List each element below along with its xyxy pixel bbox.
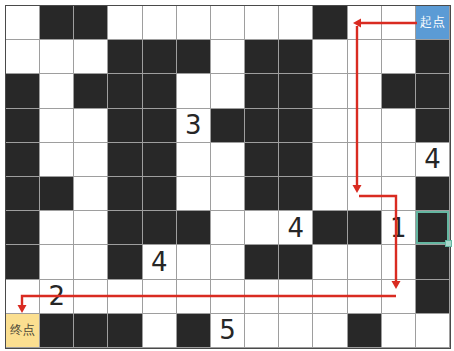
cell-r8c10[interactable] bbox=[348, 280, 382, 314]
cell-r3c9[interactable] bbox=[313, 109, 347, 143]
cell-r4c9[interactable] bbox=[313, 143, 347, 177]
cell-r4c7[interactable] bbox=[245, 143, 279, 177]
clue-number: 5 bbox=[219, 317, 236, 343]
cell-r9c8[interactable] bbox=[279, 314, 313, 348]
cell-r0c5[interactable] bbox=[177, 6, 211, 40]
cell-r0c6[interactable] bbox=[211, 6, 245, 40]
cell-r7c11[interactable] bbox=[382, 245, 416, 279]
cell-r8c4[interactable] bbox=[143, 280, 177, 314]
cell-r9c12[interactable] bbox=[416, 314, 450, 348]
cell-r7c2[interactable] bbox=[74, 245, 108, 279]
cell-r6c1[interactable] bbox=[40, 211, 74, 245]
cell-r9c7[interactable] bbox=[245, 314, 279, 348]
cell-r8c7[interactable] bbox=[245, 280, 279, 314]
cell-r2c9[interactable] bbox=[313, 74, 347, 108]
cell-r3c6[interactable] bbox=[211, 109, 245, 143]
cell-r4c1[interactable] bbox=[40, 143, 74, 177]
cell-r6c6[interactable] bbox=[211, 211, 245, 245]
puzzle-board: 起点344142终点5 bbox=[5, 5, 451, 349]
cell-r3c11[interactable] bbox=[382, 109, 416, 143]
cell-r0c1[interactable] bbox=[40, 6, 74, 40]
cell-r9c3[interactable] bbox=[108, 314, 142, 348]
cell-r7c7[interactable] bbox=[245, 245, 279, 279]
cell-r1c10[interactable] bbox=[348, 40, 382, 74]
cell-r2c7[interactable] bbox=[245, 74, 279, 108]
cell-r1c1[interactable] bbox=[40, 40, 74, 74]
cell-r6c0[interactable] bbox=[6, 211, 40, 245]
cell-r6c4[interactable] bbox=[143, 211, 177, 245]
cell-r5c5[interactable] bbox=[177, 177, 211, 211]
cell-r2c0[interactable] bbox=[6, 74, 40, 108]
cell-r9c2[interactable] bbox=[74, 314, 108, 348]
cell-r2c12[interactable] bbox=[416, 74, 450, 108]
cell-r0c8[interactable] bbox=[279, 6, 313, 40]
cell-r2c10[interactable] bbox=[348, 74, 382, 108]
cell-r1c2[interactable] bbox=[74, 40, 108, 74]
cell-r2c5[interactable] bbox=[177, 74, 211, 108]
cell-r9c10[interactable] bbox=[348, 314, 382, 348]
cell-r2c3[interactable] bbox=[108, 74, 142, 108]
cell-r5c2[interactable] bbox=[74, 177, 108, 211]
cell-r8c2[interactable] bbox=[74, 280, 108, 314]
cell-r2c8[interactable] bbox=[279, 74, 313, 108]
cell-r3c2[interactable] bbox=[74, 109, 108, 143]
clue-number: 4 bbox=[288, 215, 305, 241]
cell-r6c7[interactable] bbox=[245, 211, 279, 245]
cell-r4c10[interactable] bbox=[348, 143, 382, 177]
cell-r8c6[interactable] bbox=[211, 280, 245, 314]
cell-r1c0[interactable] bbox=[6, 40, 40, 74]
cell-r5c6[interactable] bbox=[211, 177, 245, 211]
cell-r3c10[interactable] bbox=[348, 109, 382, 143]
cell-r0c9[interactable] bbox=[313, 6, 347, 40]
cell-r0c2[interactable] bbox=[74, 6, 108, 40]
cell-r7c5[interactable] bbox=[177, 245, 211, 279]
end-label: 终点 bbox=[10, 324, 35, 337]
cell-r2c6[interactable] bbox=[211, 74, 245, 108]
cell-r8c11[interactable] bbox=[382, 280, 416, 314]
cell-r4c8[interactable] bbox=[279, 143, 313, 177]
cell-r7c0[interactable] bbox=[6, 245, 40, 279]
cell-r1c12[interactable] bbox=[416, 40, 450, 74]
clue-number: 2 bbox=[48, 283, 65, 309]
cell-r7c4[interactable]: 4 bbox=[143, 245, 177, 279]
cell-r4c12[interactable]: 4 bbox=[416, 143, 450, 177]
cell-r4c4[interactable] bbox=[143, 143, 177, 177]
cell-r1c5[interactable] bbox=[177, 40, 211, 74]
cell-r3c8[interactable] bbox=[279, 109, 313, 143]
cell-r8c9[interactable] bbox=[313, 280, 347, 314]
cell-r3c0[interactable] bbox=[6, 109, 40, 143]
cell-r0c10[interactable] bbox=[348, 6, 382, 40]
cell-r9c5[interactable] bbox=[177, 314, 211, 348]
cell-r4c6[interactable] bbox=[211, 143, 245, 177]
cell-r8c0[interactable] bbox=[6, 280, 40, 314]
cell-r7c6[interactable] bbox=[211, 245, 245, 279]
cell-r0c3[interactable] bbox=[108, 6, 142, 40]
cell-r1c11[interactable] bbox=[382, 40, 416, 74]
clue-number: 1 bbox=[390, 215, 407, 241]
clue-number: 4 bbox=[151, 249, 168, 275]
cell-r9c6[interactable]: 5 bbox=[211, 314, 245, 348]
cell-r7c8[interactable] bbox=[279, 245, 313, 279]
cell-r3c3[interactable] bbox=[108, 109, 142, 143]
cell-r7c9[interactable] bbox=[313, 245, 347, 279]
cell-r4c2[interactable] bbox=[74, 143, 108, 177]
selection-handle[interactable] bbox=[445, 240, 452, 247]
cell-r0c7[interactable] bbox=[245, 6, 279, 40]
cell-r7c3[interactable] bbox=[108, 245, 142, 279]
cell-r0c4[interactable] bbox=[143, 6, 177, 40]
cell-r6c5[interactable] bbox=[177, 211, 211, 245]
cell-r2c1[interactable] bbox=[40, 74, 74, 108]
cell-r6c2[interactable] bbox=[74, 211, 108, 245]
cell-r2c2[interactable] bbox=[74, 74, 108, 108]
cell-r3c7[interactable] bbox=[245, 109, 279, 143]
clue-number: 4 bbox=[424, 146, 441, 172]
cell-r2c11[interactable] bbox=[382, 74, 416, 108]
cell-r9c4[interactable] bbox=[143, 314, 177, 348]
cell-r6c10[interactable] bbox=[348, 211, 382, 245]
cell-r8c3[interactable] bbox=[108, 280, 142, 314]
cell-r0c0[interactable] bbox=[6, 6, 40, 40]
cell-r5c11[interactable] bbox=[382, 177, 416, 211]
cell-r0c11[interactable] bbox=[382, 6, 416, 40]
clue-number: 3 bbox=[185, 112, 202, 138]
cell-r6c3[interactable] bbox=[108, 211, 142, 245]
cell-r8c12[interactable] bbox=[416, 280, 450, 314]
cell-r1c4[interactable] bbox=[143, 40, 177, 74]
cell-r5c10[interactable] bbox=[348, 177, 382, 211]
cell-r5c4[interactable] bbox=[143, 177, 177, 211]
cell-r7c10[interactable] bbox=[348, 245, 382, 279]
cell-r1c3[interactable] bbox=[108, 40, 142, 74]
cell-r8c1[interactable]: 2 bbox=[40, 280, 74, 314]
cell-r5c1[interactable] bbox=[40, 177, 74, 211]
cell-r1c7[interactable] bbox=[245, 40, 279, 74]
cell-r4c3[interactable] bbox=[108, 143, 142, 177]
cell-r3c5[interactable]: 3 bbox=[177, 109, 211, 143]
cell-r1c8[interactable] bbox=[279, 40, 313, 74]
cell-r2c4[interactable] bbox=[143, 74, 177, 108]
cell-r5c9[interactable] bbox=[313, 177, 347, 211]
cell-r9c9[interactable] bbox=[313, 314, 347, 348]
cell-r1c6[interactable] bbox=[211, 40, 245, 74]
cell-r6c9[interactable] bbox=[313, 211, 347, 245]
selected-cell[interactable] bbox=[416, 211, 450, 245]
cell-r9c11[interactable] bbox=[382, 314, 416, 348]
cell-r5c0[interactable] bbox=[6, 177, 40, 211]
start-label: 起点 bbox=[420, 16, 445, 29]
cell-r4c11[interactable] bbox=[382, 143, 416, 177]
cell-r4c5[interactable] bbox=[177, 143, 211, 177]
cell-r3c4[interactable] bbox=[143, 109, 177, 143]
cell-r5c8[interactable] bbox=[279, 177, 313, 211]
cell-r3c12[interactable] bbox=[416, 109, 450, 143]
cell-r8c8[interactable] bbox=[279, 280, 313, 314]
end-cell[interactable]: 终点 bbox=[6, 314, 40, 348]
cell-r5c3[interactable] bbox=[108, 177, 142, 211]
cell-r8c5[interactable] bbox=[177, 280, 211, 314]
cell-r5c7[interactable] bbox=[245, 177, 279, 211]
cell-r3c1[interactable] bbox=[40, 109, 74, 143]
cell-r9c1[interactable] bbox=[40, 314, 74, 348]
cell-r7c12[interactable] bbox=[416, 245, 450, 279]
cell-r7c1[interactable] bbox=[40, 245, 74, 279]
puzzle-page: { "game": "number-maze path puzzle (star… bbox=[0, 0, 454, 351]
cell-r4c0[interactable] bbox=[6, 143, 40, 177]
cell-r6c8[interactable]: 4 bbox=[279, 211, 313, 245]
cell-r5c12[interactable] bbox=[416, 177, 450, 211]
start-cell[interactable]: 起点 bbox=[416, 6, 450, 40]
cell-r6c11[interactable]: 1 bbox=[382, 211, 416, 245]
cell-r1c9[interactable] bbox=[313, 40, 347, 74]
